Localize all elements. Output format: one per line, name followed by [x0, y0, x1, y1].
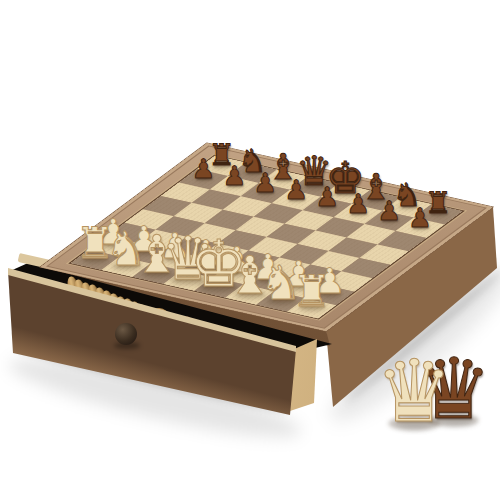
piece-dark-pawn[interactable]: ♟	[222, 163, 246, 190]
piece-light-spare-queen[interactable]: ♛	[375, 348, 452, 434]
piece-dark-pawn[interactable]: ♟	[408, 204, 432, 231]
piece-dark-pawn[interactable]: ♟	[346, 190, 370, 217]
product-photo-stage: ♜♞♝♛♚♝♞♜♟♟♟♟♟♟♟♟♟♟♟♟♟♟♟♟♜♞♝♛♚♝♞♜♛♛	[0, 0, 500, 500]
piece-light-rook[interactable]: ♜	[292, 270, 331, 313]
piece-dark-pawn[interactable]: ♟	[315, 184, 339, 211]
piece-dark-pawn[interactable]: ♟	[377, 197, 401, 224]
piece-dark-pawn[interactable]: ♟	[253, 170, 277, 197]
piece-dark-pawn[interactable]: ♟	[191, 156, 215, 183]
drawer-knob[interactable]	[115, 323, 137, 345]
piece-dark-pawn[interactable]: ♟	[284, 177, 308, 204]
